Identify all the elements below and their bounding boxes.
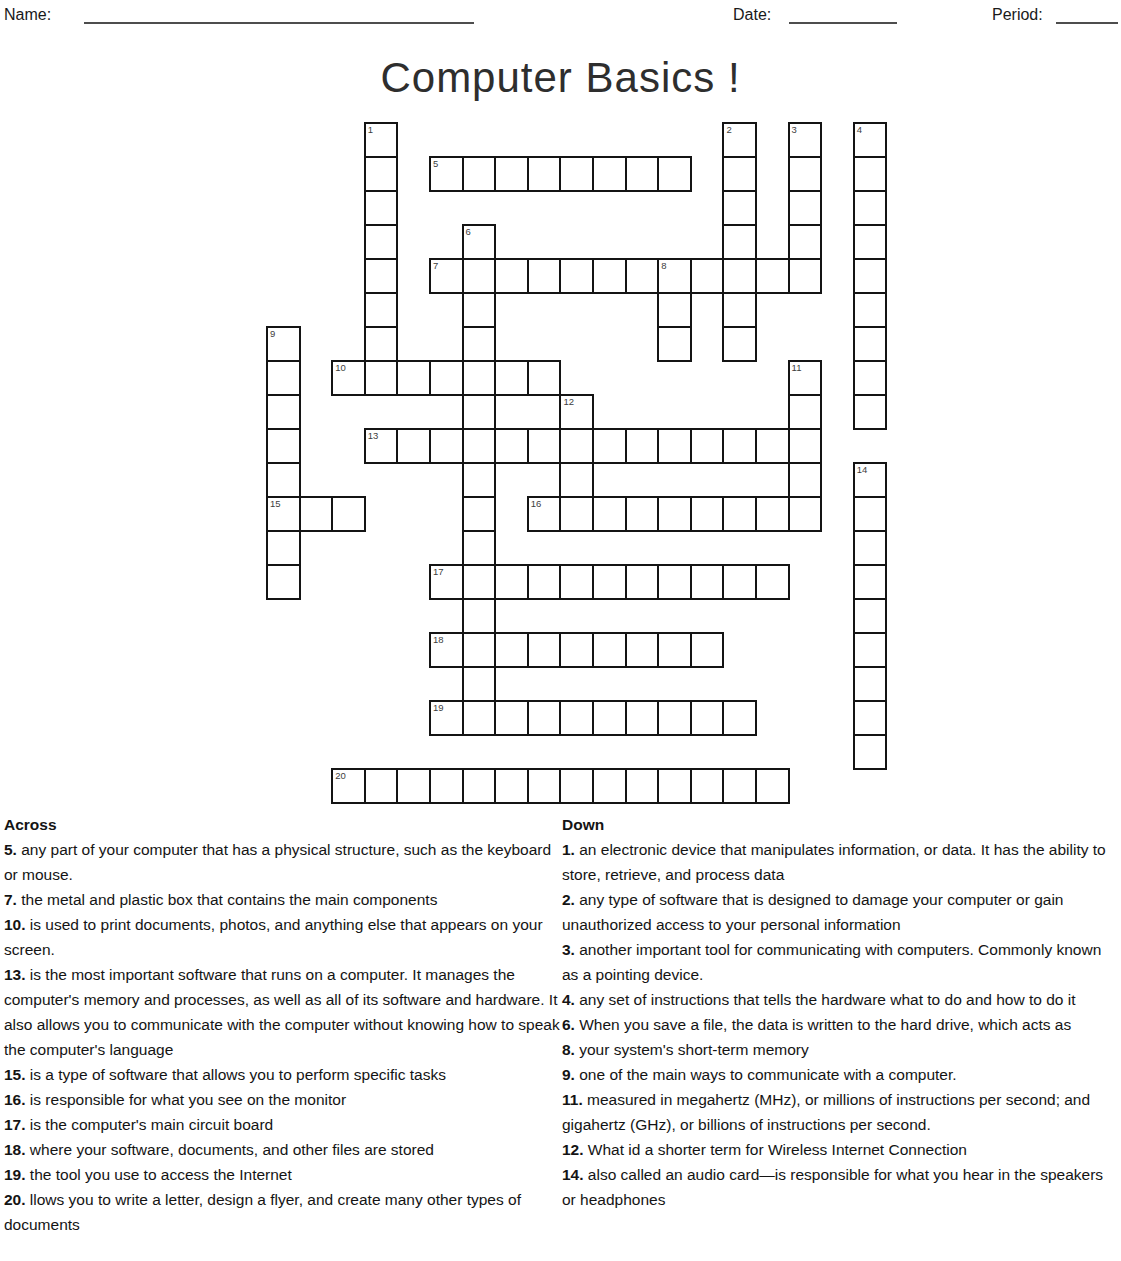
grid-cell[interactable] [527, 632, 562, 668]
grid-cell[interactable] [657, 496, 692, 532]
grid-cell[interactable] [853, 292, 888, 328]
clue-number: 15 [270, 498, 281, 509]
grid-cell[interactable] [853, 598, 888, 634]
grid-cell[interactable] [592, 258, 627, 294]
clue-item: 11. measured in megahertz (MHz), or mill… [562, 1087, 1118, 1137]
clue-number: 18 [433, 634, 444, 645]
grid-cell[interactable] [755, 768, 790, 804]
grid-cell[interactable] [429, 768, 464, 804]
grid-cell[interactable]: 20 [331, 768, 366, 804]
grid-cell[interactable]: 15 [266, 496, 301, 532]
grid-cell[interactable] [364, 326, 399, 362]
clue-number: 9 [270, 328, 275, 339]
grid-cell[interactable] [299, 496, 334, 532]
grid-cell[interactable] [462, 258, 497, 294]
grid-cell[interactable] [657, 156, 692, 192]
grid-cell[interactable] [690, 496, 725, 532]
grid-cell[interactable] [690, 428, 725, 464]
grid-cell[interactable] [462, 326, 497, 362]
grid-cell[interactable] [462, 598, 497, 634]
clue-number: 13 [368, 430, 379, 441]
grid-cell[interactable]: 8 [657, 258, 692, 294]
grid-cell[interactable] [266, 530, 301, 566]
grid-cell[interactable] [625, 258, 660, 294]
clue-item-number: 8. [562, 1041, 579, 1058]
clue-item-number: 3. [562, 941, 579, 958]
grid-cell[interactable] [364, 292, 399, 328]
grid-cell[interactable] [788, 156, 823, 192]
grid-cell[interactable] [853, 258, 888, 294]
grid-cell[interactable] [853, 224, 888, 260]
clue-number: 11 [792, 362, 802, 373]
clue-item: 2. any type of software that is designed… [562, 887, 1118, 937]
grid-cell[interactable] [722, 768, 757, 804]
clue-number: 2 [726, 124, 731, 135]
clue-item: 15. is a type of software that allows yo… [4, 1062, 560, 1087]
grid-cell[interactable] [331, 496, 366, 532]
grid-cell[interactable] [788, 258, 823, 294]
grid-cell[interactable] [462, 666, 497, 702]
grid-cell[interactable] [722, 428, 757, 464]
grid-cell[interactable]: 7 [429, 258, 464, 294]
grid-cell[interactable] [788, 394, 823, 430]
grid-cell[interactable]: 12 [559, 394, 594, 430]
grid-cell[interactable] [494, 428, 529, 464]
grid-cell[interactable] [690, 564, 725, 600]
grid-cell[interactable]: 1 [364, 122, 399, 158]
clue-item-number: 1. [562, 841, 579, 858]
grid-cell[interactable] [494, 632, 529, 668]
grid-cell[interactable] [527, 258, 562, 294]
grid-cell[interactable]: 5 [429, 156, 464, 192]
grid-cell[interactable] [266, 462, 301, 498]
grid-cell[interactable] [625, 632, 660, 668]
grid-cell[interactable] [527, 156, 562, 192]
clue-item-number: 14. [562, 1166, 588, 1183]
grid-cell[interactable] [364, 190, 399, 226]
grid-cell[interactable] [690, 632, 725, 668]
clue-item-number: 2. [562, 891, 579, 908]
grid-cell[interactable] [462, 496, 497, 532]
grid-cell[interactable] [853, 700, 888, 736]
grid-cell[interactable]: 4 [853, 122, 888, 158]
down-heading: Down [562, 812, 1118, 837]
clue-number: 6 [466, 226, 471, 237]
grid-cell[interactable] [722, 700, 757, 736]
clue-item-number: 20. [4, 1191, 30, 1208]
clue-item-number: 17. [4, 1116, 30, 1133]
grid-cell[interactable] [788, 428, 823, 464]
grid-cell[interactable] [364, 768, 399, 804]
across-section: Across 5. any part of your computer that… [4, 812, 560, 1237]
grid-cell[interactable] [494, 768, 529, 804]
grid-cell[interactable] [657, 326, 692, 362]
clue-item: 8. your system's short-term memory [562, 1037, 1118, 1062]
grid-cell[interactable] [559, 700, 594, 736]
grid-cell[interactable] [462, 394, 497, 430]
clue-item: 16. is responsible for what you see on t… [4, 1087, 560, 1112]
grid-cell[interactable] [462, 156, 497, 192]
grid-cell[interactable] [494, 360, 529, 396]
clue-number: 3 [792, 124, 797, 135]
grid-cell[interactable]: 14 [853, 462, 888, 498]
grid-cell[interactable] [429, 360, 464, 396]
grid-cell[interactable] [494, 258, 529, 294]
grid-cell[interactable] [462, 632, 497, 668]
grid-cell[interactable] [494, 564, 529, 600]
grid-cell[interactable] [853, 530, 888, 566]
grid-cell[interactable] [559, 462, 594, 498]
clue-number: 5 [433, 158, 438, 169]
clue-item-number: 13. [4, 966, 30, 983]
grid-cell[interactable] [462, 462, 497, 498]
grid-cell[interactable] [592, 632, 627, 668]
grid-cell[interactable] [625, 700, 660, 736]
clue-item-number: 10. [4, 916, 30, 933]
grid-cell[interactable] [527, 360, 562, 396]
grid-cell[interactable] [592, 768, 627, 804]
grid-cell[interactable] [592, 564, 627, 600]
grid-cell[interactable] [592, 156, 627, 192]
grid-cell[interactable] [722, 326, 757, 362]
down-section: Down 1. an electronic device that manipu… [562, 812, 1118, 1212]
grid-cell[interactable] [690, 700, 725, 736]
grid-cell[interactable]: 19 [429, 700, 464, 736]
clue-item: 14. also called an audio card—is respons… [562, 1162, 1118, 1212]
grid-cell[interactable] [266, 394, 301, 430]
clue-item: 3. another important tool for communicat… [562, 937, 1118, 987]
down-clue-list: 1. an electronic device that manipulates… [562, 837, 1118, 1212]
clue-item-number: 9. [562, 1066, 579, 1083]
clue-number: 1 [368, 124, 373, 135]
grid-cell[interactable] [657, 564, 692, 600]
grid-cell[interactable] [396, 428, 431, 464]
grid-cell[interactable] [657, 700, 692, 736]
grid-cell[interactable] [755, 428, 790, 464]
period-label: Period: [992, 6, 1043, 24]
grid-cell[interactable] [690, 258, 725, 294]
grid-cell[interactable] [527, 768, 562, 804]
grid-cell[interactable] [853, 666, 888, 702]
grid-cell[interactable] [853, 156, 888, 192]
grid-cell[interactable] [494, 700, 529, 736]
clue-item: 1. an electronic device that manipulates… [562, 837, 1118, 887]
grid-cell[interactable]: 11 [788, 360, 823, 396]
clue-number: 4 [857, 124, 862, 135]
clue-item: 6. When you save a file, the data is wri… [562, 1012, 1118, 1037]
grid-cell[interactable] [625, 428, 660, 464]
period-blank-line [1056, 22, 1118, 24]
clue-number: 17 [433, 566, 444, 577]
grid-cell[interactable] [559, 632, 594, 668]
grid-cell[interactable] [462, 530, 497, 566]
grid-cell[interactable] [559, 156, 594, 192]
clue-item: 19. the tool you use to access the Inter… [4, 1162, 560, 1187]
grid-cell[interactable]: 10 [331, 360, 366, 396]
grid-cell[interactable] [559, 496, 594, 532]
grid-cell[interactable] [722, 292, 757, 328]
clue-number: 20 [335, 770, 346, 781]
grid-cell[interactable] [364, 224, 399, 260]
grid-cell[interactable]: 18 [429, 632, 464, 668]
grid-cell[interactable] [853, 496, 888, 532]
clue-number: 8 [661, 260, 666, 271]
grid-cell[interactable] [657, 292, 692, 328]
grid-cell[interactable] [722, 564, 757, 600]
grid-cell[interactable] [364, 156, 399, 192]
grid-cell[interactable] [592, 700, 627, 736]
grid-cell[interactable] [625, 156, 660, 192]
clue-item: 7. the metal and plastic box that contai… [4, 887, 560, 912]
grid-cell[interactable] [625, 496, 660, 532]
clue-item-number: 16. [4, 1091, 30, 1108]
clue-item: 4. any set of instructions that tells th… [562, 987, 1118, 1012]
clue-number: 19 [433, 702, 444, 713]
grid-cell[interactable]: 2 [722, 122, 757, 158]
grid-cell[interactable] [722, 496, 757, 532]
grid-cell[interactable]: 6 [462, 224, 497, 260]
grid-cell[interactable] [462, 700, 497, 736]
grid-cell[interactable]: 16 [527, 496, 562, 532]
date-label: Date: [733, 6, 771, 24]
grid-cell[interactable] [396, 768, 431, 804]
grid-cell[interactable] [462, 428, 497, 464]
clue-number: 16 [531, 498, 542, 509]
grid-cell[interactable] [722, 190, 757, 226]
grid-cell[interactable]: 13 [364, 428, 399, 464]
clue-number: 12 [563, 396, 574, 407]
grid-cell[interactable] [429, 428, 464, 464]
grid-cell[interactable] [462, 292, 497, 328]
crossword-grid: 1234567891011121314151617181920 [266, 122, 888, 804]
clue-item-number: 6. [562, 1016, 579, 1033]
grid-cell[interactable] [755, 258, 790, 294]
grid-cell[interactable] [657, 632, 692, 668]
clue-item-number: 7. [4, 891, 21, 908]
clue-item: 9. one of the main ways to communicate w… [562, 1062, 1118, 1087]
clue-item-number: 19. [4, 1166, 30, 1183]
grid-cell[interactable] [527, 564, 562, 600]
grid-cell[interactable] [266, 360, 301, 396]
grid-cell[interactable] [853, 734, 888, 770]
grid-cell[interactable] [788, 496, 823, 532]
grid-cell[interactable] [722, 156, 757, 192]
clue-item: 5. any part of your computer that has a … [4, 837, 560, 887]
grid-cell[interactable] [690, 768, 725, 804]
clue-item: 12. What id a shorter term for Wireless … [562, 1137, 1118, 1162]
grid-cell[interactable] [657, 428, 692, 464]
grid-cell[interactable]: 17 [429, 564, 464, 600]
grid-cell[interactable] [527, 700, 562, 736]
grid-cell[interactable] [788, 224, 823, 260]
clue-item-number: 11. [562, 1091, 587, 1108]
grid-cell[interactable] [853, 326, 888, 362]
page-title: Computer Basics ! [0, 54, 1121, 102]
grid-cell[interactable] [853, 564, 888, 600]
date-blank-line [789, 22, 897, 24]
clue-number: 10 [335, 362, 346, 373]
clue-item-number: 5. [4, 841, 21, 858]
clue-item-number: 4. [562, 991, 579, 1008]
grid-cell[interactable] [625, 768, 660, 804]
grid-cell[interactable] [853, 394, 888, 430]
grid-cell[interactable] [266, 564, 301, 600]
clue-item: 20. llows you to write a letter, design … [4, 1187, 560, 1237]
grid-cell[interactable] [396, 360, 431, 396]
grid-cell[interactable] [853, 190, 888, 226]
grid-cell[interactable] [755, 496, 790, 532]
grid-cell[interactable] [559, 428, 594, 464]
across-clue-list: 5. any part of your computer that has a … [4, 837, 560, 1237]
grid-cell[interactable] [462, 768, 497, 804]
clue-item-number: 15. [4, 1066, 30, 1083]
grid-cell[interactable] [657, 768, 692, 804]
grid-cell[interactable] [722, 224, 757, 260]
across-heading: Across [4, 812, 560, 837]
grid-cell[interactable] [462, 564, 497, 600]
grid-cell[interactable]: 9 [266, 326, 301, 362]
clue-item: 13. is the most important software that … [4, 962, 560, 1062]
name-blank-line [84, 22, 474, 24]
grid-cell[interactable] [592, 496, 627, 532]
grid-cell[interactable] [266, 428, 301, 464]
clue-item: 17. is the computer's main circuit board [4, 1112, 560, 1137]
worksheet-page: { "game": "crossword", "title": "Compute… [0, 0, 1121, 1261]
grid-cell[interactable] [853, 360, 888, 396]
grid-cell[interactable] [625, 564, 660, 600]
clue-item: 10. is used to print documents, photos, … [4, 912, 560, 962]
grid-cell[interactable] [592, 428, 627, 464]
grid-cell[interactable] [788, 190, 823, 226]
grid-cell[interactable]: 3 [788, 122, 823, 158]
name-label: Name: [4, 6, 51, 24]
clue-number: 14 [857, 464, 868, 475]
clue-number: 7 [433, 260, 438, 271]
grid-cell[interactable] [788, 462, 823, 498]
clue-item-number: 18. [4, 1141, 30, 1158]
grid-cell[interactable] [853, 632, 888, 668]
grid-cell[interactable] [722, 258, 757, 294]
clue-item-number: 12. [562, 1141, 588, 1158]
grid-cell[interactable] [364, 360, 399, 396]
grid-cell[interactable] [527, 428, 562, 464]
grid-cell[interactable] [559, 258, 594, 294]
clue-item: 18. where your software, documents, and … [4, 1137, 560, 1162]
grid-cell[interactable] [364, 258, 399, 294]
grid-cell[interactable] [755, 564, 790, 600]
grid-cell[interactable] [559, 564, 594, 600]
grid-cell[interactable] [559, 768, 594, 804]
grid-cell[interactable] [462, 360, 497, 396]
grid-cell[interactable] [494, 156, 529, 192]
